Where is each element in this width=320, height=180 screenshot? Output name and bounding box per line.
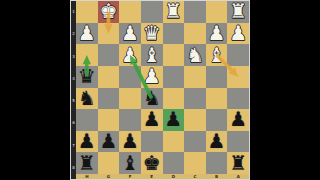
square-f5[interactable] [119, 88, 141, 110]
square-d1[interactable]: ♜ [163, 1, 185, 23]
square-h2[interactable]: ♟ [76, 23, 98, 45]
white-bishop[interactable]: ♝ [143, 45, 161, 66]
square-h4[interactable]: ♛ [76, 66, 98, 88]
square-a3[interactable] [227, 44, 249, 66]
square-d3[interactable] [163, 44, 185, 66]
black-pawn[interactable]: ♟ [78, 131, 96, 152]
square-g2[interactable] [98, 23, 120, 45]
square-h5[interactable]: ♞ [76, 88, 98, 110]
file-label-c: C [184, 174, 206, 179]
square-e3[interactable]: ♝ [141, 44, 163, 66]
white-king[interactable]: ♚ [99, 1, 117, 22]
black-pawn[interactable]: ♟ [143, 109, 161, 130]
black-pawn[interactable]: ♟ [99, 131, 117, 152]
square-b7[interactable]: ♟ [206, 131, 228, 153]
square-a7[interactable] [227, 131, 249, 153]
white-pawn[interactable]: ♟ [208, 23, 226, 44]
square-d2[interactable] [163, 23, 185, 45]
square-c4[interactable] [184, 66, 206, 88]
square-f7[interactable]: ♟ [119, 131, 141, 153]
file-label-b: B [206, 174, 228, 179]
file-label-e: E [141, 174, 163, 179]
black-king[interactable]: ♚ [143, 153, 161, 174]
black-bishop[interactable]: ♝ [121, 153, 139, 174]
square-b8[interactable] [206, 152, 228, 174]
square-d4[interactable] [163, 66, 185, 88]
square-c8[interactable] [184, 152, 206, 174]
white-pawn[interactable]: ♟ [121, 23, 139, 44]
square-c7[interactable] [184, 131, 206, 153]
white-pawn[interactable]: ♟ [121, 45, 139, 66]
white-queen[interactable]: ♛ [143, 23, 161, 44]
square-e2[interactable]: ♛ [141, 23, 163, 45]
square-b2[interactable]: ♟ [206, 23, 228, 45]
white-pawn[interactable]: ♟ [143, 66, 161, 87]
square-f4[interactable] [119, 66, 141, 88]
square-h7[interactable]: ♟ [76, 131, 98, 153]
square-f1[interactable] [119, 1, 141, 23]
square-e1[interactable] [141, 1, 163, 23]
square-b4[interactable] [206, 66, 228, 88]
square-f2[interactable]: ♟ [119, 23, 141, 45]
black-pawn[interactable]: ♟ [208, 131, 226, 152]
square-e7[interactable] [141, 131, 163, 153]
square-e4[interactable]: ♟ [141, 66, 163, 88]
square-d7[interactable] [163, 131, 185, 153]
square-h8[interactable]: ♜ [76, 152, 98, 174]
square-a1[interactable]: ♜ [227, 1, 249, 23]
square-h6[interactable] [76, 109, 98, 131]
white-pawn[interactable]: ♟ [229, 23, 247, 44]
square-b5[interactable] [206, 88, 228, 110]
file-label-d: D [163, 174, 185, 179]
square-b6[interactable] [206, 109, 228, 131]
black-pawn[interactable]: ♟ [229, 109, 247, 130]
black-rook[interactable]: ♜ [229, 153, 247, 174]
square-b1[interactable] [206, 1, 228, 23]
square-c6[interactable] [184, 109, 206, 131]
black-queen[interactable]: ♛ [78, 66, 96, 87]
file-coordinates: HGFEDCBA [76, 174, 249, 179]
square-f3[interactable]: ♟ [119, 44, 141, 66]
white-knight[interactable]: ♞ [186, 45, 204, 66]
white-bishop[interactable]: ♝ [208, 45, 226, 66]
square-a6[interactable]: ♟ [227, 109, 249, 131]
square-g1[interactable]: ♚ [98, 1, 120, 23]
square-c1[interactable] [184, 1, 206, 23]
square-a4[interactable] [227, 66, 249, 88]
square-c3[interactable]: ♞ [184, 44, 206, 66]
square-g3[interactable] [98, 44, 120, 66]
square-g8[interactable] [98, 152, 120, 174]
white-rook[interactable]: ♜ [164, 1, 182, 22]
black-pawn[interactable]: ♟ [121, 131, 139, 152]
black-rook[interactable]: ♜ [78, 153, 96, 174]
square-g6[interactable] [98, 109, 120, 131]
square-g4[interactable] [98, 66, 120, 88]
black-knight[interactable]: ♞ [143, 88, 161, 109]
file-label-h: H [76, 174, 98, 179]
square-b3[interactable]: ♝ [206, 44, 228, 66]
file-label-f: F [119, 174, 141, 179]
square-e6[interactable]: ♟ [141, 109, 163, 131]
square-e8[interactable]: ♚ [141, 152, 163, 174]
chess-board: 12345678 HGFEDCBA ♚♜♜♟♟♛♟♟♟♝♞♝♛♟♞♞♟♟♟♟♟♟… [70, 0, 250, 180]
square-g5[interactable] [98, 88, 120, 110]
file-label-a: A [227, 174, 249, 179]
square-h1[interactable] [76, 1, 98, 23]
file-label-g: G [98, 174, 120, 179]
board-squares: ♚♜♜♟♟♛♟♟♟♝♞♝♛♟♞♞♟♟♟♟♟♟♟♜♝♚♜ [76, 1, 249, 174]
white-rook[interactable]: ♜ [229, 1, 247, 22]
square-a8[interactable]: ♜ [227, 152, 249, 174]
square-d8[interactable] [163, 152, 185, 174]
square-f8[interactable]: ♝ [119, 152, 141, 174]
square-f6[interactable] [119, 109, 141, 131]
black-pawn[interactable]: ♟ [164, 109, 182, 130]
square-a5[interactable] [227, 88, 249, 110]
square-a2[interactable]: ♟ [227, 23, 249, 45]
black-knight[interactable]: ♞ [78, 88, 96, 109]
square-d5[interactable] [163, 88, 185, 110]
video-frame: { "game": "chess", "position": { "fen": … [0, 0, 320, 180]
square-c5[interactable] [184, 88, 206, 110]
square-c2[interactable] [184, 23, 206, 45]
square-e5[interactable]: ♞ [141, 88, 163, 110]
square-d6[interactable]: ♟ [163, 109, 185, 131]
square-g7[interactable]: ♟ [98, 131, 120, 153]
white-pawn[interactable]: ♟ [78, 23, 96, 44]
square-h3[interactable] [76, 44, 98, 66]
